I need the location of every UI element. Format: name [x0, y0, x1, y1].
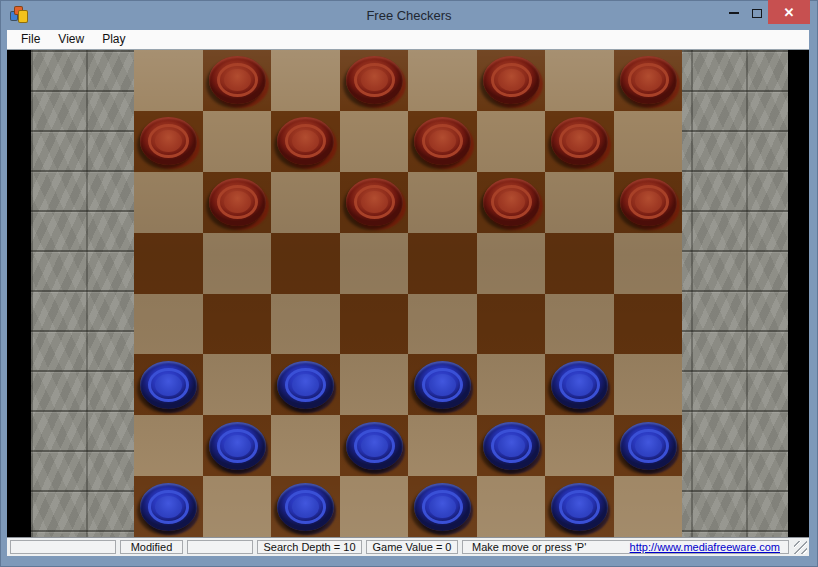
square-a4[interactable]: [134, 294, 203, 355]
maximize-icon: [752, 9, 762, 18]
square-e8[interactable]: [408, 50, 477, 111]
red-piece[interactable]: ⛂: [620, 178, 677, 226]
square-h4[interactable]: [614, 294, 683, 355]
red-piece[interactable]: ⛂: [140, 117, 197, 165]
square-d7[interactable]: [340, 111, 409, 172]
square-c8[interactable]: [271, 50, 340, 111]
red-piece[interactable]: ⛂: [620, 56, 677, 104]
square-g4[interactable]: [545, 294, 614, 355]
square-d5[interactable]: [340, 233, 409, 294]
menu-view[interactable]: View: [49, 30, 93, 49]
blue-piece[interactable]: ⛀: [277, 361, 334, 409]
square-b8[interactable]: ⛂: [203, 50, 272, 111]
square-e6[interactable]: [408, 172, 477, 233]
title-bar[interactable]: Free Checkers ✕: [0, 0, 818, 30]
menu-bar: File View Play: [7, 30, 809, 50]
square-g2[interactable]: [545, 415, 614, 476]
square-d6[interactable]: ⛂: [340, 172, 409, 233]
minimize-button[interactable]: [722, 0, 745, 24]
square-c7[interactable]: ⛂: [271, 111, 340, 172]
blue-piece[interactable]: ⛀: [140, 483, 197, 531]
square-h2[interactable]: ⛀: [614, 415, 683, 476]
status-message: Make move or press 'P': [472, 541, 586, 553]
square-f4[interactable]: [477, 294, 546, 355]
square-b3[interactable]: [203, 354, 272, 415]
square-a6[interactable]: [134, 172, 203, 233]
square-b2[interactable]: ⛀: [203, 415, 272, 476]
close-button[interactable]: ✕: [768, 0, 810, 24]
square-e5[interactable]: [408, 233, 477, 294]
square-a7[interactable]: ⛂: [134, 111, 203, 172]
square-a5[interactable]: [134, 233, 203, 294]
square-b4[interactable]: [203, 294, 272, 355]
square-d8[interactable]: ⛂: [340, 50, 409, 111]
square-b6[interactable]: ⛂: [203, 172, 272, 233]
square-f6[interactable]: ⛂: [477, 172, 546, 233]
square-f3[interactable]: [477, 354, 546, 415]
mediafreeware-link[interactable]: http://www.mediafreeware.com: [630, 541, 780, 553]
red-piece[interactable]: ⛂: [414, 117, 471, 165]
square-g6[interactable]: [545, 172, 614, 233]
checkers-board: ⛂⛂⛂⛂⛂⛂⛂⛂⛂⛂⛂⛂⛀⛀⛀⛀⛀⛀⛀⛀⛀⛀⛀⛀: [134, 50, 682, 537]
window-title: Free Checkers: [0, 8, 818, 23]
square-c6[interactable]: [271, 172, 340, 233]
app-window: Free Checkers ✕ File View Play ⛂⛂⛂⛂⛂⛂⛂⛂⛂…: [0, 0, 818, 567]
maximize-button[interactable]: [745, 0, 768, 24]
blue-piece[interactable]: ⛀: [551, 361, 608, 409]
square-f1[interactable]: [477, 476, 546, 537]
square-e4[interactable]: [408, 294, 477, 355]
square-b5[interactable]: [203, 233, 272, 294]
square-g1[interactable]: ⛀: [545, 476, 614, 537]
square-a8[interactable]: [134, 50, 203, 111]
red-piece[interactable]: ⛂: [483, 56, 540, 104]
square-f2[interactable]: ⛀: [477, 415, 546, 476]
status-panel-game-value: Game Value = 0: [366, 540, 458, 554]
app-icon[interactable]: [10, 5, 30, 25]
status-panel-empty-1: [10, 540, 116, 554]
minimize-icon: [729, 12, 739, 14]
square-d1[interactable]: [340, 476, 409, 537]
square-f8[interactable]: ⛂: [477, 50, 546, 111]
red-piece[interactable]: ⛂: [277, 117, 334, 165]
blue-piece[interactable]: ⛀: [346, 422, 403, 470]
status-panel-message: Make move or press 'P' http://www.mediaf…: [462, 540, 789, 554]
blue-piece[interactable]: ⛀: [414, 483, 471, 531]
square-g7[interactable]: ⛂: [545, 111, 614, 172]
square-h1[interactable]: [614, 476, 683, 537]
square-a1[interactable]: ⛀: [134, 476, 203, 537]
status-panel-modified: Modified: [120, 540, 183, 554]
game-area: ⛂⛂⛂⛂⛂⛂⛂⛂⛂⛂⛂⛂⛀⛀⛀⛀⛀⛀⛀⛀⛀⛀⛀⛀: [7, 50, 809, 537]
blue-piece[interactable]: ⛀: [140, 361, 197, 409]
square-h7[interactable]: [614, 111, 683, 172]
window-controls: ✕: [722, 0, 810, 30]
square-d4[interactable]: [340, 294, 409, 355]
menu-play[interactable]: Play: [93, 30, 134, 49]
square-b7[interactable]: [203, 111, 272, 172]
square-g8[interactable]: [545, 50, 614, 111]
blue-piece[interactable]: ⛀: [209, 422, 266, 470]
square-g5[interactable]: [545, 233, 614, 294]
red-piece[interactable]: ⛂: [551, 117, 608, 165]
status-bar: Modified Search Depth = 10 Game Value = …: [7, 537, 809, 556]
blue-piece[interactable]: ⛀: [620, 422, 677, 470]
blue-piece[interactable]: ⛀: [483, 422, 540, 470]
red-piece[interactable]: ⛂: [346, 56, 403, 104]
red-piece[interactable]: ⛂: [209, 178, 266, 226]
square-h8[interactable]: ⛂: [614, 50, 683, 111]
square-f5[interactable]: [477, 233, 546, 294]
square-h6[interactable]: ⛂: [614, 172, 683, 233]
square-h5[interactable]: [614, 233, 683, 294]
square-a3[interactable]: ⛀: [134, 354, 203, 415]
square-g3[interactable]: ⛀: [545, 354, 614, 415]
red-piece[interactable]: ⛂: [209, 56, 266, 104]
status-panel-search-depth: Search Depth = 10: [257, 540, 362, 554]
resize-grip[interactable]: [794, 541, 807, 554]
square-c1[interactable]: ⛀: [271, 476, 340, 537]
square-c2[interactable]: [271, 415, 340, 476]
square-a2[interactable]: [134, 415, 203, 476]
status-panel-empty-2: [187, 540, 253, 554]
square-e7[interactable]: ⛂: [408, 111, 477, 172]
blue-piece[interactable]: ⛀: [551, 483, 608, 531]
square-e3[interactable]: ⛀: [408, 354, 477, 415]
square-c4[interactable]: [271, 294, 340, 355]
blue-piece[interactable]: ⛀: [277, 483, 334, 531]
square-e2[interactable]: [408, 415, 477, 476]
app-icon-yellow-cube: [18, 10, 28, 23]
blue-piece[interactable]: ⛀: [414, 361, 471, 409]
square-c3[interactable]: ⛀: [271, 354, 340, 415]
menu-file[interactable]: File: [12, 30, 49, 49]
square-f7[interactable]: [477, 111, 546, 172]
square-d3[interactable]: [340, 354, 409, 415]
square-h3[interactable]: [614, 354, 683, 415]
red-piece[interactable]: ⛂: [483, 178, 540, 226]
square-d2[interactable]: ⛀: [340, 415, 409, 476]
square-b1[interactable]: [203, 476, 272, 537]
close-icon: ✕: [784, 5, 795, 20]
square-e1[interactable]: ⛀: [408, 476, 477, 537]
red-piece[interactable]: ⛂: [346, 178, 403, 226]
square-c5[interactable]: [271, 233, 340, 294]
